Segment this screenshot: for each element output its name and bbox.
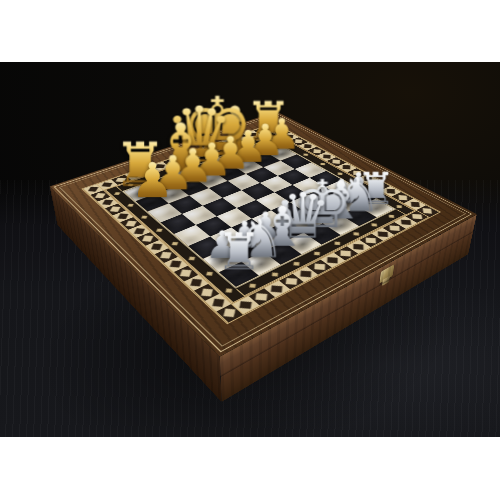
diamond-inlay-icon bbox=[304, 144, 311, 148]
diamond-dot-icon bbox=[205, 157, 210, 159]
piece-silver-rook: ♜ bbox=[186, 228, 292, 276]
latch-clasp-icon bbox=[379, 264, 394, 283]
diamond-inlay-icon bbox=[258, 129, 266, 132]
diamond-inlay-icon bbox=[192, 152, 201, 156]
diamond-inlay-icon bbox=[237, 136, 246, 139]
diamond-inlay-icon bbox=[323, 154, 331, 158]
diamond-dot-icon bbox=[256, 139, 261, 141]
diamond-dot-icon bbox=[273, 136, 278, 138]
diamond-dot-icon bbox=[223, 150, 228, 152]
piece-gold-pawn: ♟ bbox=[107, 159, 198, 205]
diamond-dot-icon bbox=[304, 154, 309, 156]
diamond-dot-icon bbox=[240, 144, 245, 146]
bottom-white-margin bbox=[0, 437, 500, 500]
diamond-inlay-icon bbox=[204, 148, 213, 152]
top-white-margin bbox=[0, 0, 500, 62]
photo-scene: ♜♞♝♛♚♝♞♜♟♟♟♟♟♟♟♟♟♟♟♟♟♟♟♟♜♞♝♛♚♝♞♜ bbox=[0, 62, 500, 437]
diamond-inlay-icon bbox=[277, 130, 284, 134]
diamond-inlay-icon bbox=[226, 140, 235, 144]
diamond-inlay-icon bbox=[269, 126, 276, 130]
product-photo-page: ♜♞♝♛♚♝♞♜♟♟♟♟♟♟♟♟♟♟♟♟♟♟♟♟♜♞♝♛♚♝♞♜ bbox=[0, 0, 500, 500]
diamond-inlay-icon bbox=[95, 193, 106, 198]
diamond-inlay-icon bbox=[215, 144, 224, 148]
diamond-inlay-icon bbox=[286, 135, 293, 139]
diamond-dot-icon bbox=[288, 145, 293, 147]
diamond-inlay-icon bbox=[295, 139, 302, 143]
diamond-inlay-icon bbox=[313, 149, 320, 153]
diamond-inlay-icon bbox=[248, 133, 257, 136]
diamond-inlay-icon bbox=[333, 160, 341, 164]
